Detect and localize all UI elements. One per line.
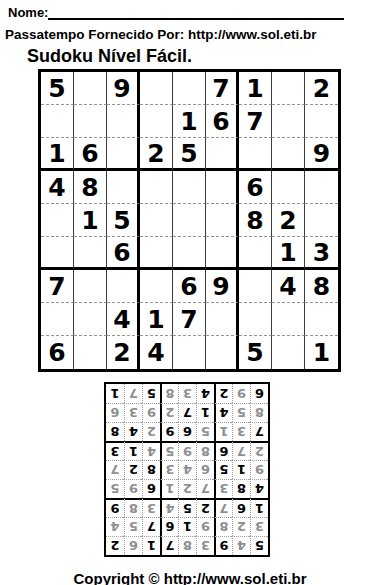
- puzzle-cell-empty[interactable]: [74, 105, 107, 138]
- puzzle-cell-empty[interactable]: [140, 72, 173, 105]
- page-title: Sudoku Nível Fácil.: [27, 46, 380, 67]
- solution-cell-given: 4: [124, 422, 142, 441]
- puzzle-cell-empty[interactable]: [272, 171, 305, 204]
- solution-cell-given: 7: [178, 403, 196, 422]
- solution-cell-given: 9: [160, 422, 178, 441]
- solution-cell-solved: 1: [214, 422, 232, 441]
- puzzle-cell-empty[interactable]: [206, 171, 239, 204]
- puzzle-cell-given[interactable]: 1: [41, 138, 74, 171]
- puzzle-cell-empty[interactable]: [272, 72, 305, 105]
- solution-cell-solved: 3: [142, 498, 160, 517]
- solution-cell-given: 2: [124, 460, 142, 479]
- solution-cell-solved: 7: [106, 460, 124, 479]
- solution-cell-given: 6: [160, 517, 178, 536]
- worksheet-page: Nome: Passatempo Fornecido Por: http://w…: [0, 5, 380, 585]
- solution-cell-solved: 8: [124, 498, 142, 517]
- puzzle-cell-given[interactable]: 2: [140, 138, 173, 171]
- puzzle-cell-empty[interactable]: [74, 270, 107, 303]
- solution-cell-given: 1: [124, 441, 142, 460]
- puzzle-cell-empty[interactable]: [41, 237, 74, 270]
- solution-cell-given: 7: [160, 536, 178, 555]
- solution-cell-given: 1: [250, 498, 268, 517]
- solution-cell-solved: 5: [232, 403, 250, 422]
- puzzle-cell-given[interactable]: 6: [41, 336, 74, 369]
- puzzle-cell-given[interactable]: 7: [41, 270, 74, 303]
- solution-cell-solved: 9: [142, 403, 160, 422]
- puzzle-cell-given[interactable]: 5: [107, 204, 140, 237]
- puzzle-cell-empty[interactable]: [74, 336, 107, 369]
- solution-cell-solved: 6: [124, 536, 142, 555]
- puzzle-cell-empty[interactable]: [74, 72, 107, 105]
- puzzle-cell-empty[interactable]: [140, 237, 173, 270]
- puzzle-cell-given[interactable]: 1: [272, 237, 305, 270]
- solution-cell-solved: 7: [124, 384, 142, 403]
- solution-cell-given: 4: [250, 479, 268, 498]
- solution-cell-given: 1: [196, 403, 214, 422]
- name-fill-in-line[interactable]: [48, 6, 344, 20]
- solution-cell-solved: 2: [232, 517, 250, 536]
- solution-cell-given: 1: [232, 460, 250, 479]
- solution-cell-solved: 7: [214, 498, 232, 517]
- puzzle-cell-given[interactable]: 6: [74, 138, 107, 171]
- puzzle-cell-given[interactable]: 6: [239, 171, 272, 204]
- puzzle-cell-empty[interactable]: [272, 303, 305, 336]
- solution-cell-given: 2: [106, 536, 124, 555]
- solution-cell-solved: 9: [232, 384, 250, 403]
- solution-cell-solved: 5: [160, 441, 178, 460]
- solution-cell-solved: 9: [196, 517, 214, 536]
- puzzle-cell-given[interactable]: 8: [74, 171, 107, 204]
- puzzle-cell-empty[interactable]: [305, 105, 338, 138]
- solution-cell-solved: 3: [124, 403, 142, 422]
- puzzle-cell-empty[interactable]: [272, 138, 305, 171]
- puzzle-cell-given[interactable]: 7: [173, 303, 206, 336]
- solution-cell-solved: 8: [250, 403, 268, 422]
- puzzle-cell-empty[interactable]: [107, 270, 140, 303]
- puzzle-cell-given[interactable]: 3: [305, 237, 338, 270]
- solution-cell-solved: 5: [106, 479, 124, 498]
- solution-cell-given: 2: [196, 498, 214, 517]
- puzzle-cell-empty[interactable]: [107, 138, 140, 171]
- solution-cell-solved: 3: [214, 479, 232, 498]
- solution-cell-solved: 4: [178, 460, 196, 479]
- puzzle-cell-empty[interactable]: [305, 204, 338, 237]
- puzzle-cell-empty[interactable]: [173, 204, 206, 237]
- puzzle-cell-empty[interactable]: [41, 204, 74, 237]
- solution-cell-solved: 7: [196, 479, 214, 498]
- solution-cell-solved: 8: [160, 384, 178, 403]
- solution-cell-solved: 5: [196, 422, 214, 441]
- solution-cell-given: 3: [106, 441, 124, 460]
- puzzle-cell-empty[interactable]: [239, 237, 272, 270]
- puzzle-cell-empty[interactable]: [140, 270, 173, 303]
- solution-cell-solved: 5: [124, 517, 142, 536]
- solution-cell-solved: 9: [178, 441, 196, 460]
- name-label: Nome:: [8, 5, 48, 20]
- solution-cell-solved: 1: [160, 479, 178, 498]
- solution-cell-given: 5: [142, 384, 160, 403]
- solution-cell-given: 5: [214, 460, 232, 479]
- puzzle-cell-empty[interactable]: [239, 270, 272, 303]
- solution-cell-solved: 2: [160, 403, 178, 422]
- puzzle-cell-empty[interactable]: [41, 303, 74, 336]
- puzzle-cell-empty[interactable]: [206, 303, 239, 336]
- puzzle-cell-given[interactable]: 5: [239, 336, 272, 369]
- sudoku-solution-grid-rotated: 5493871623289167541672543894837216959156…: [104, 382, 270, 557]
- solution-cell-given: 6: [250, 384, 268, 403]
- sudoku-puzzle-grid[interactable]: 597121671625948615826137694841762451: [38, 69, 341, 372]
- puzzle-cell-given[interactable]: 1: [239, 72, 272, 105]
- puzzle-cell-given[interactable]: 9: [206, 270, 239, 303]
- puzzle-cell-given[interactable]: 4: [107, 303, 140, 336]
- provider-line: Passatempo Fornecido Por: http://www.sol…: [5, 27, 380, 42]
- puzzle-cell-given[interactable]: 9: [305, 138, 338, 171]
- puzzle-cell-given[interactable]: 5: [173, 138, 206, 171]
- puzzle-cell-given[interactable]: 7: [239, 105, 272, 138]
- puzzle-cell-given[interactable]: 6: [107, 237, 140, 270]
- solution-cell-solved: 6: [196, 460, 214, 479]
- puzzle-cell-empty[interactable]: [206, 138, 239, 171]
- puzzle-cell-given[interactable]: 4: [140, 336, 173, 369]
- puzzle-cell-empty[interactable]: [305, 303, 338, 336]
- solution-cell-given: 6: [178, 422, 196, 441]
- puzzle-cell-empty[interactable]: [206, 204, 239, 237]
- solution-cell-solved: 9: [250, 460, 268, 479]
- puzzle-cell-given[interactable]: 8: [239, 204, 272, 237]
- puzzle-cell-empty[interactable]: [107, 171, 140, 204]
- solution-cell-given: 4: [196, 384, 214, 403]
- solution-cell-solved: 3: [160, 460, 178, 479]
- puzzle-cell-given[interactable]: 6: [206, 105, 239, 138]
- solution-cell-solved: 6: [106, 403, 124, 422]
- solution-cell-solved: 3: [250, 517, 268, 536]
- puzzle-cell-empty[interactable]: [173, 336, 206, 369]
- name-row: Nome:: [8, 5, 372, 20]
- solution-cell-given: 7: [142, 517, 160, 536]
- puzzle-cell-empty[interactable]: [206, 336, 239, 369]
- puzzle-cell-given[interactable]: 7: [206, 72, 239, 105]
- solution-cell-solved: 7: [232, 441, 250, 460]
- puzzle-cell-given[interactable]: 1: [140, 303, 173, 336]
- solution-cell-given: 6: [214, 441, 232, 460]
- solution-cell-given: 4: [214, 403, 232, 422]
- puzzle-cell-empty[interactable]: [74, 303, 107, 336]
- solution-cell-given: 5: [250, 536, 268, 555]
- puzzle-cell-given[interactable]: 1: [74, 204, 107, 237]
- puzzle-cell-empty[interactable]: [140, 105, 173, 138]
- solution-cell-solved: 3: [196, 536, 214, 555]
- puzzle-cell-given[interactable]: 6: [173, 270, 206, 303]
- solution-cell-solved: 8: [214, 517, 232, 536]
- solution-cell-solved: 8: [178, 536, 196, 555]
- solution-cell-given: 1: [106, 384, 124, 403]
- solution-cell-given: 8: [106, 422, 124, 441]
- puzzle-cell-empty[interactable]: [140, 204, 173, 237]
- puzzle-cell-empty[interactable]: [239, 303, 272, 336]
- solution-cell-given: 5: [178, 498, 196, 517]
- solution-cell-solved: 2: [250, 441, 268, 460]
- puzzle-cell-empty[interactable]: [305, 171, 338, 204]
- puzzle-cell-given[interactable]: 8: [305, 270, 338, 303]
- puzzle-cell-empty[interactable]: [173, 72, 206, 105]
- puzzle-cell-given[interactable]: 2: [107, 336, 140, 369]
- copyright-line: Copyright © http://www.sol.eti.br: [0, 570, 380, 585]
- puzzle-cell-given[interactable]: 2: [272, 204, 305, 237]
- puzzle-cell-empty[interactable]: [107, 105, 140, 138]
- solution-cell-given: 6: [142, 479, 160, 498]
- puzzle-cell-empty[interactable]: [173, 171, 206, 204]
- solution-cell-given: 6: [232, 498, 250, 517]
- puzzle-cell-empty[interactable]: [74, 237, 107, 270]
- puzzle-cell-given[interactable]: 5: [41, 72, 74, 105]
- solution-cell-solved: 9: [124, 479, 142, 498]
- solution-cell-solved: 8: [196, 441, 214, 460]
- solution-cell-solved: 2: [178, 479, 196, 498]
- puzzle-cell-given[interactable]: 4: [41, 171, 74, 204]
- solution-cell-solved: 4: [232, 536, 250, 555]
- solution-cell-given: 8: [232, 479, 250, 498]
- solution-cell-given: 7: [250, 422, 268, 441]
- puzzle-cell-given[interactable]: 1: [305, 336, 338, 369]
- solution-cell-given: 9: [106, 498, 124, 517]
- solution-cell-given: 8: [142, 460, 160, 479]
- puzzle-cell-given[interactable]: 1: [173, 105, 206, 138]
- puzzle-cell-given[interactable]: 4: [272, 270, 305, 303]
- solution-cell-solved: 4: [160, 498, 178, 517]
- solution-cell-solved: 4: [106, 517, 124, 536]
- puzzle-cell-empty[interactable]: [272, 105, 305, 138]
- solution-cell-solved: 3: [232, 422, 250, 441]
- solution-cell-solved: 4: [142, 441, 160, 460]
- puzzle-cell-empty[interactable]: [272, 336, 305, 369]
- solution-cell-given: 2: [214, 384, 232, 403]
- puzzle-cell-given[interactable]: 2: [305, 72, 338, 105]
- puzzle-cell-empty[interactable]: [173, 237, 206, 270]
- solution-cell-given: 1: [178, 517, 196, 536]
- solution-cell-solved: 2: [142, 422, 160, 441]
- solution-cell-given: 9: [214, 536, 232, 555]
- puzzle-cell-empty[interactable]: [239, 138, 272, 171]
- puzzle-cell-empty[interactable]: [140, 171, 173, 204]
- solution-cell-solved: 3: [178, 384, 196, 403]
- puzzle-cell-empty[interactable]: [41, 105, 74, 138]
- solution-cell-given: 1: [142, 536, 160, 555]
- puzzle-cell-given[interactable]: 9: [107, 72, 140, 105]
- puzzle-cell-empty[interactable]: [206, 237, 239, 270]
